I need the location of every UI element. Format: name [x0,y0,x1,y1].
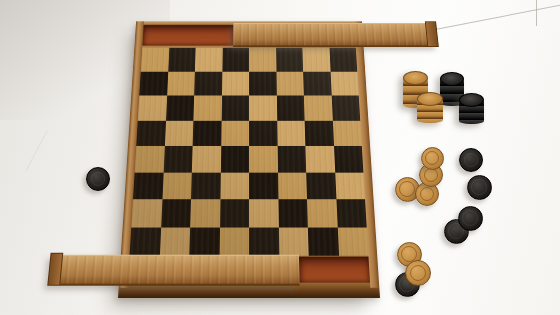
dark-checker-piece[interactable] [459,148,483,172]
dark-checker-piece[interactable] [458,206,483,231]
stack-top-checker [403,71,428,85]
dark-checker-stack[interactable] [459,93,484,124]
dark-checker-piece[interactable] [86,167,110,191]
stack-top-checker [459,93,484,107]
pieces-layer [0,0,560,315]
table-surface [0,0,560,315]
dark-checker-piece[interactable] [467,175,492,200]
stack-top-checker [417,92,443,106]
light-checker-stack[interactable] [417,92,443,123]
light-checker-piece[interactable] [405,260,431,286]
light-checker-piece[interactable] [421,147,444,170]
stack-top-checker [440,72,464,86]
